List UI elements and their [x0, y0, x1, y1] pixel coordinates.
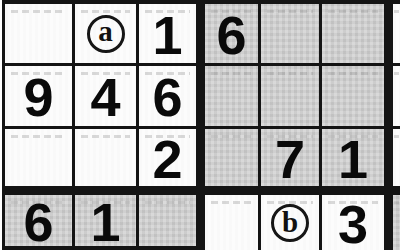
cell-value: 6: [23, 195, 53, 249]
cell-r2c6[interactable]: [322, 66, 384, 126]
cell-r3c1[interactable]: [5, 129, 72, 186]
cell-r4c4[interactable]: [205, 195, 258, 250]
cell-r3c5[interactable]: 7: [261, 129, 319, 186]
cell-r1c7-partial[interactable]: [393, 4, 400, 63]
cell-r2c7-partial[interactable]: [393, 66, 400, 126]
cell-value: 4: [90, 70, 120, 124]
cell-value: 2: [152, 132, 182, 186]
cell-r2c3[interactable]: 6: [139, 66, 196, 126]
cell-r4c3[interactable]: [139, 195, 196, 246]
cell-r3c6[interactable]: 1: [322, 129, 384, 186]
cell-r2c1[interactable]: 9: [5, 66, 72, 126]
cell-value: 7: [275, 132, 305, 186]
cell-value: 6: [216, 8, 246, 62]
cell-r4c7-partial[interactable]: [393, 195, 400, 250]
cell-r3c4[interactable]: [205, 129, 258, 186]
cell-r4c2[interactable]: 1: [75, 195, 136, 246]
cell-value: 6: [152, 70, 182, 124]
circled-letter-a: a: [87, 15, 125, 53]
cell-r2c4[interactable]: [205, 66, 258, 126]
cell-r1c6[interactable]: [322, 4, 384, 63]
cell-r3c2[interactable]: [75, 129, 136, 186]
cell-r1c5[interactable]: [261, 4, 319, 63]
cell-r4c6[interactable]: 3: [322, 195, 384, 250]
cell-r1c4[interactable]: 6: [205, 4, 258, 63]
cell-r1c2[interactable]: a: [75, 4, 136, 63]
cell-value: 3: [338, 197, 368, 250]
cell-r3c3[interactable]: 2: [139, 129, 196, 186]
cell-value: 1: [338, 132, 368, 186]
cell-r2c5[interactable]: [261, 66, 319, 126]
cell-value: 1: [152, 8, 182, 62]
cell-r4c1[interactable]: 6: [5, 195, 72, 246]
cell-r4c5[interactable]: b: [261, 195, 319, 250]
cell-value: 9: [23, 70, 53, 124]
sudoku-board: a 1 6 9 4 6 2 7 1 6 1 b 3: [0, 0, 400, 250]
cell-r1c1[interactable]: [5, 4, 72, 63]
circled-letter-b: b: [271, 204, 309, 242]
page-margin: [0, 0, 2, 250]
cell-r2c2[interactable]: 4: [75, 66, 136, 126]
cell-value: 1: [90, 195, 120, 249]
cell-r3c7-partial[interactable]: [393, 129, 400, 186]
cell-r1c3[interactable]: 1: [139, 4, 196, 63]
